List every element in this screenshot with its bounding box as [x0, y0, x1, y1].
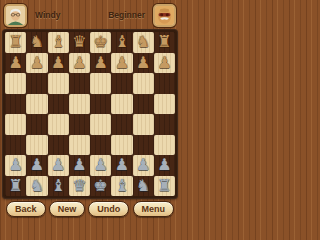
- white-pawn[interactable]: ♟: [93, 157, 107, 173]
- chess-board: ♜♞♝♛♚♝♞♜♟♟♟♟♟♟♟♟♟♟♟♟♟♟♟♟♜♞♝♛♚♝♞♜: [2, 29, 178, 199]
- menu-button[interactable]: Menu: [133, 201, 175, 217]
- white-pawn[interactable]: ♟: [72, 157, 86, 173]
- square-a7[interactable]: ♟: [5, 53, 26, 74]
- square-a5[interactable]: [5, 94, 26, 115]
- square-c2[interactable]: ♟: [48, 155, 69, 176]
- square-a8[interactable]: ♜: [5, 32, 26, 53]
- black-king[interactable]: ♚: [93, 34, 107, 50]
- white-pawn[interactable]: ♟: [115, 157, 129, 173]
- square-g3[interactable]: [133, 135, 154, 156]
- white-rook[interactable]: ♜: [8, 178, 22, 194]
- square-d8[interactable]: ♛: [69, 32, 90, 53]
- square-f7[interactable]: ♟: [111, 53, 132, 74]
- square-g7[interactable]: ♟: [133, 53, 154, 74]
- new-button[interactable]: New: [49, 201, 86, 217]
- square-b8[interactable]: ♞: [26, 32, 47, 53]
- square-e5[interactable]: [90, 94, 111, 115]
- white-king[interactable]: ♚: [93, 178, 107, 194]
- square-g1[interactable]: ♞: [133, 176, 154, 197]
- square-f6[interactable]: [111, 73, 132, 94]
- square-c7[interactable]: ♟: [48, 53, 69, 74]
- square-h3[interactable]: [154, 135, 175, 156]
- square-d7[interactable]: ♟: [69, 53, 90, 74]
- white-pawn[interactable]: ♟: [30, 157, 44, 173]
- square-f5[interactable]: [111, 94, 132, 115]
- square-c5[interactable]: [48, 94, 69, 115]
- square-e3[interactable]: [90, 135, 111, 156]
- square-b6[interactable]: [26, 73, 47, 94]
- board-grid: ♜♞♝♛♚♝♞♜♟♟♟♟♟♟♟♟♟♟♟♟♟♟♟♟♜♞♝♛♚♝♞♜: [5, 32, 175, 196]
- white-pawn[interactable]: ♟: [8, 157, 22, 173]
- black-pawn[interactable]: ♟: [157, 55, 171, 71]
- square-c8[interactable]: ♝: [48, 32, 69, 53]
- square-e4[interactable]: [90, 114, 111, 135]
- black-rook[interactable]: ♜: [157, 34, 171, 50]
- elderly-person-icon: [6, 6, 25, 25]
- square-h4[interactable]: [154, 114, 175, 135]
- black-knight[interactable]: ♞: [30, 34, 44, 50]
- square-h2[interactable]: ♟: [154, 155, 175, 176]
- toolbar: Back New Undo Menu: [0, 200, 180, 218]
- square-a3[interactable]: [5, 135, 26, 156]
- white-pawn[interactable]: ♟: [136, 157, 150, 173]
- black-pawn[interactable]: ♟: [93, 55, 107, 71]
- square-f2[interactable]: ♟: [111, 155, 132, 176]
- square-d1[interactable]: ♛: [69, 176, 90, 197]
- square-a4[interactable]: [5, 114, 26, 135]
- square-d6[interactable]: [69, 73, 90, 94]
- white-queen[interactable]: ♛: [72, 178, 86, 194]
- square-b3[interactable]: [26, 135, 47, 156]
- square-e8[interactable]: ♚: [90, 32, 111, 53]
- square-d4[interactable]: [69, 114, 90, 135]
- square-e1[interactable]: ♚: [90, 176, 111, 197]
- square-g2[interactable]: ♟: [133, 155, 154, 176]
- opponent-level: Beginner: [108, 10, 145, 20]
- black-rook[interactable]: ♜: [8, 34, 22, 50]
- white-bishop[interactable]: ♝: [115, 178, 129, 194]
- square-a2[interactable]: ♟: [5, 155, 26, 176]
- square-c3[interactable]: [48, 135, 69, 156]
- square-d3[interactable]: [69, 135, 90, 156]
- square-g8[interactable]: ♞: [133, 32, 154, 53]
- square-h5[interactable]: [154, 94, 175, 115]
- square-a1[interactable]: ♜: [5, 176, 26, 197]
- square-b2[interactable]: ♟: [26, 155, 47, 176]
- white-knight[interactable]: ♞: [30, 178, 44, 194]
- square-f3[interactable]: [111, 135, 132, 156]
- square-b1[interactable]: ♞: [26, 176, 47, 197]
- back-button[interactable]: Back: [6, 201, 46, 217]
- square-h7[interactable]: ♟: [154, 53, 175, 74]
- black-pawn[interactable]: ♟: [8, 55, 22, 71]
- chess-app: { "game": "chess", "position": "rnbqkbnr…: [0, 0, 180, 240]
- square-g6[interactable]: [133, 73, 154, 94]
- square-d5[interactable]: [69, 94, 90, 115]
- square-h8[interactable]: ♜: [154, 32, 175, 53]
- square-b4[interactable]: [26, 114, 47, 135]
- black-pawn[interactable]: ♟: [51, 55, 65, 71]
- square-d2[interactable]: ♟: [69, 155, 90, 176]
- square-b7[interactable]: ♟: [26, 53, 47, 74]
- player-avatar: [4, 4, 27, 27]
- square-e7[interactable]: ♟: [90, 53, 111, 74]
- black-pawn[interactable]: ♟: [72, 55, 86, 71]
- undo-button[interactable]: Undo: [88, 201, 129, 217]
- white-pawn[interactable]: ♟: [51, 157, 65, 173]
- square-c1[interactable]: ♝: [48, 176, 69, 197]
- header: Windy Beginner: [0, 0, 180, 28]
- opponent-avatar: [153, 4, 176, 27]
- square-a6[interactable]: [5, 73, 26, 94]
- square-f4[interactable]: [111, 114, 132, 135]
- black-pawn[interactable]: ♟: [115, 55, 129, 71]
- square-b5[interactable]: [26, 94, 47, 115]
- square-h6[interactable]: [154, 73, 175, 94]
- player-name: Windy: [35, 10, 60, 20]
- black-bishop[interactable]: ♝: [51, 34, 65, 50]
- square-e6[interactable]: [90, 73, 111, 94]
- square-e2[interactable]: ♟: [90, 155, 111, 176]
- square-g4[interactable]: [133, 114, 154, 135]
- black-queen[interactable]: ♛: [72, 34, 86, 50]
- black-knight[interactable]: ♞: [136, 34, 150, 50]
- square-h1[interactable]: ♜: [154, 176, 175, 197]
- white-pawn[interactable]: ♟: [157, 157, 171, 173]
- square-c6[interactable]: [48, 73, 69, 94]
- black-pawn[interactable]: ♟: [30, 55, 44, 71]
- black-pawn[interactable]: ♟: [136, 55, 150, 71]
- black-bishop[interactable]: ♝: [115, 34, 129, 50]
- square-f1[interactable]: ♝: [111, 176, 132, 197]
- white-bishop[interactable]: ♝: [51, 178, 65, 194]
- white-knight[interactable]: ♞: [136, 178, 150, 194]
- square-f8[interactable]: ♝: [111, 32, 132, 53]
- white-rook[interactable]: ♜: [157, 178, 171, 194]
- square-g5[interactable]: [133, 94, 154, 115]
- square-c4[interactable]: [48, 114, 69, 135]
- mustache-man-icon: [155, 6, 174, 25]
